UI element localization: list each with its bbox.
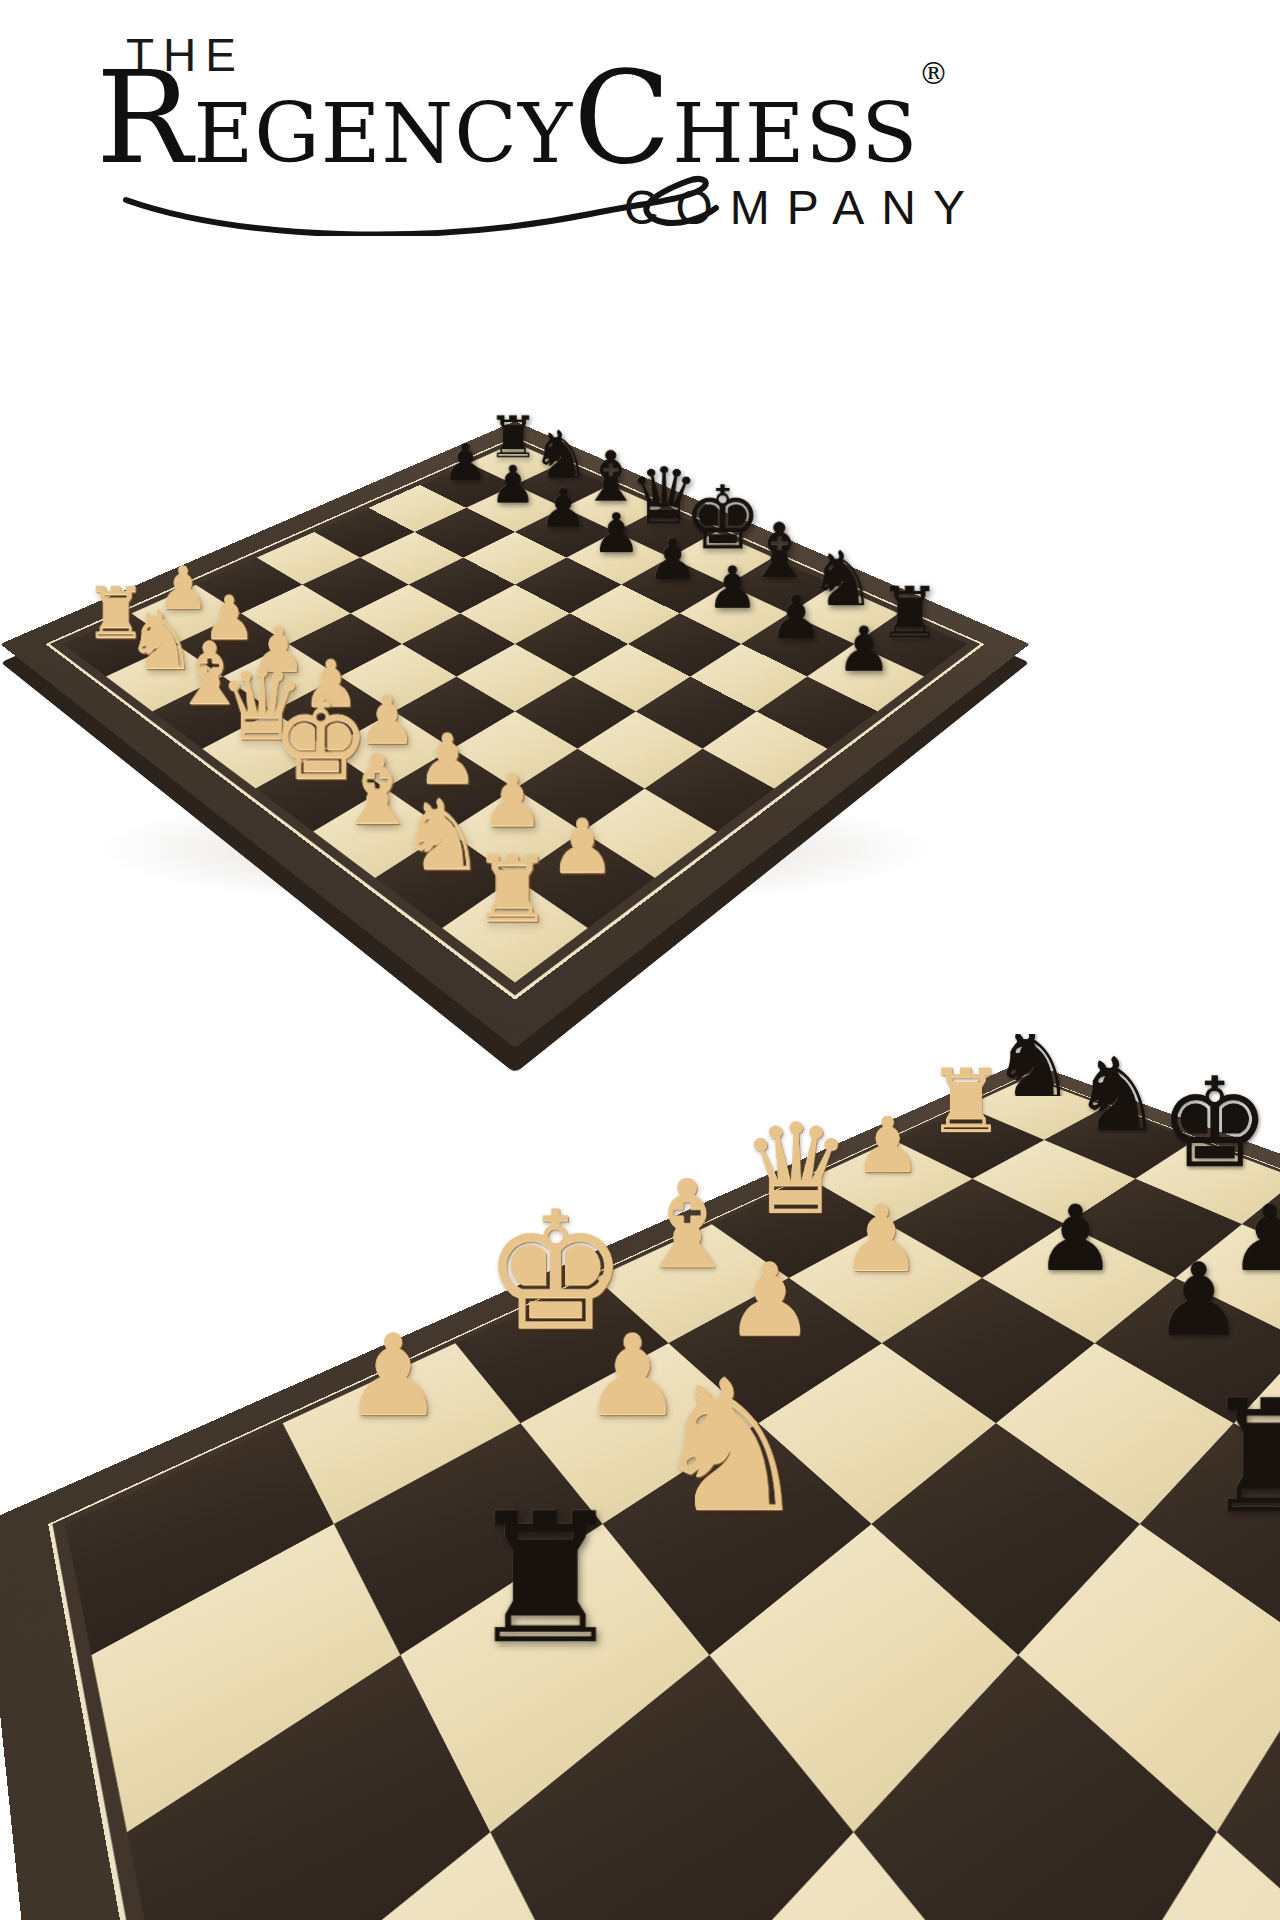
closeup-piece-white-knight: ♞ xyxy=(634,1363,825,1530)
piece-white-rook: ♜ xyxy=(460,848,563,931)
chess-board-squares: ♜♞♝♛♚♝♞♜♟♟♟♟♟♟♟♟♟♟♟♟♟♟♟♟♜♞♝♛♚♝♞♜ xyxy=(62,443,967,983)
closeup-piece-white-pawn: ♟ xyxy=(309,1324,478,1427)
chess-board: ♜♞♝♛♚♝♞♜♟♟♟♟♟♟♟♟♟♟♟♟♟♟♟♟♜♞♝♛♚♝♞♜ xyxy=(0,421,1030,1048)
registered-trademark-icon: ® xyxy=(918,56,948,91)
brand-word-company: COMPANY xyxy=(624,180,982,235)
close-up-board: ♞♞♚♞♜♟♟♟♟♟♛♟♜♝♟♚♟♞♟♜ xyxy=(0,1034,1280,1524)
brand-logo: THE REGENCYCHESS® COMPANY xyxy=(96,28,996,246)
closeup-piece-black-pawn: ♟ xyxy=(1123,1254,1275,1347)
page: { "brand": { "the": "THE", "reg_initial"… xyxy=(0,0,1280,1920)
close-up-photo: ♞♞♚♞♜♟♟♟♟♟♛♟♜♝♟♚♟♞♟♜ xyxy=(0,1034,1280,1920)
closeup-piece-black-king: ♚ xyxy=(1157,1066,1273,1181)
closeup-piece-black-rook: ♜ xyxy=(435,1497,655,1662)
brand-regency-rest: EGENCY xyxy=(193,86,573,181)
piece-black-pawn: ♟ xyxy=(823,621,906,678)
closeup-piece-black-rook: ♜ xyxy=(1176,1386,1280,1530)
brand-name: REGENCYCHESS® xyxy=(96,54,948,182)
square-h1: ♜ xyxy=(442,878,588,983)
brand-chess-rest: HESS xyxy=(672,86,918,181)
full-board-photo: ♜♞♝♛♚♝♞♜♟♟♟♟♟♟♟♟♟♟♟♟♟♟♟♟♜♞♝♛♚♝♞♜ xyxy=(0,364,1030,924)
closeup-piece-black-knight: ♞ xyxy=(1064,1048,1171,1141)
close-up-board-squares: ♞♞♚♞♜♟♟♟♟♟♛♟♜♝♟♚♟♞♟♜ xyxy=(0,1034,1280,1524)
